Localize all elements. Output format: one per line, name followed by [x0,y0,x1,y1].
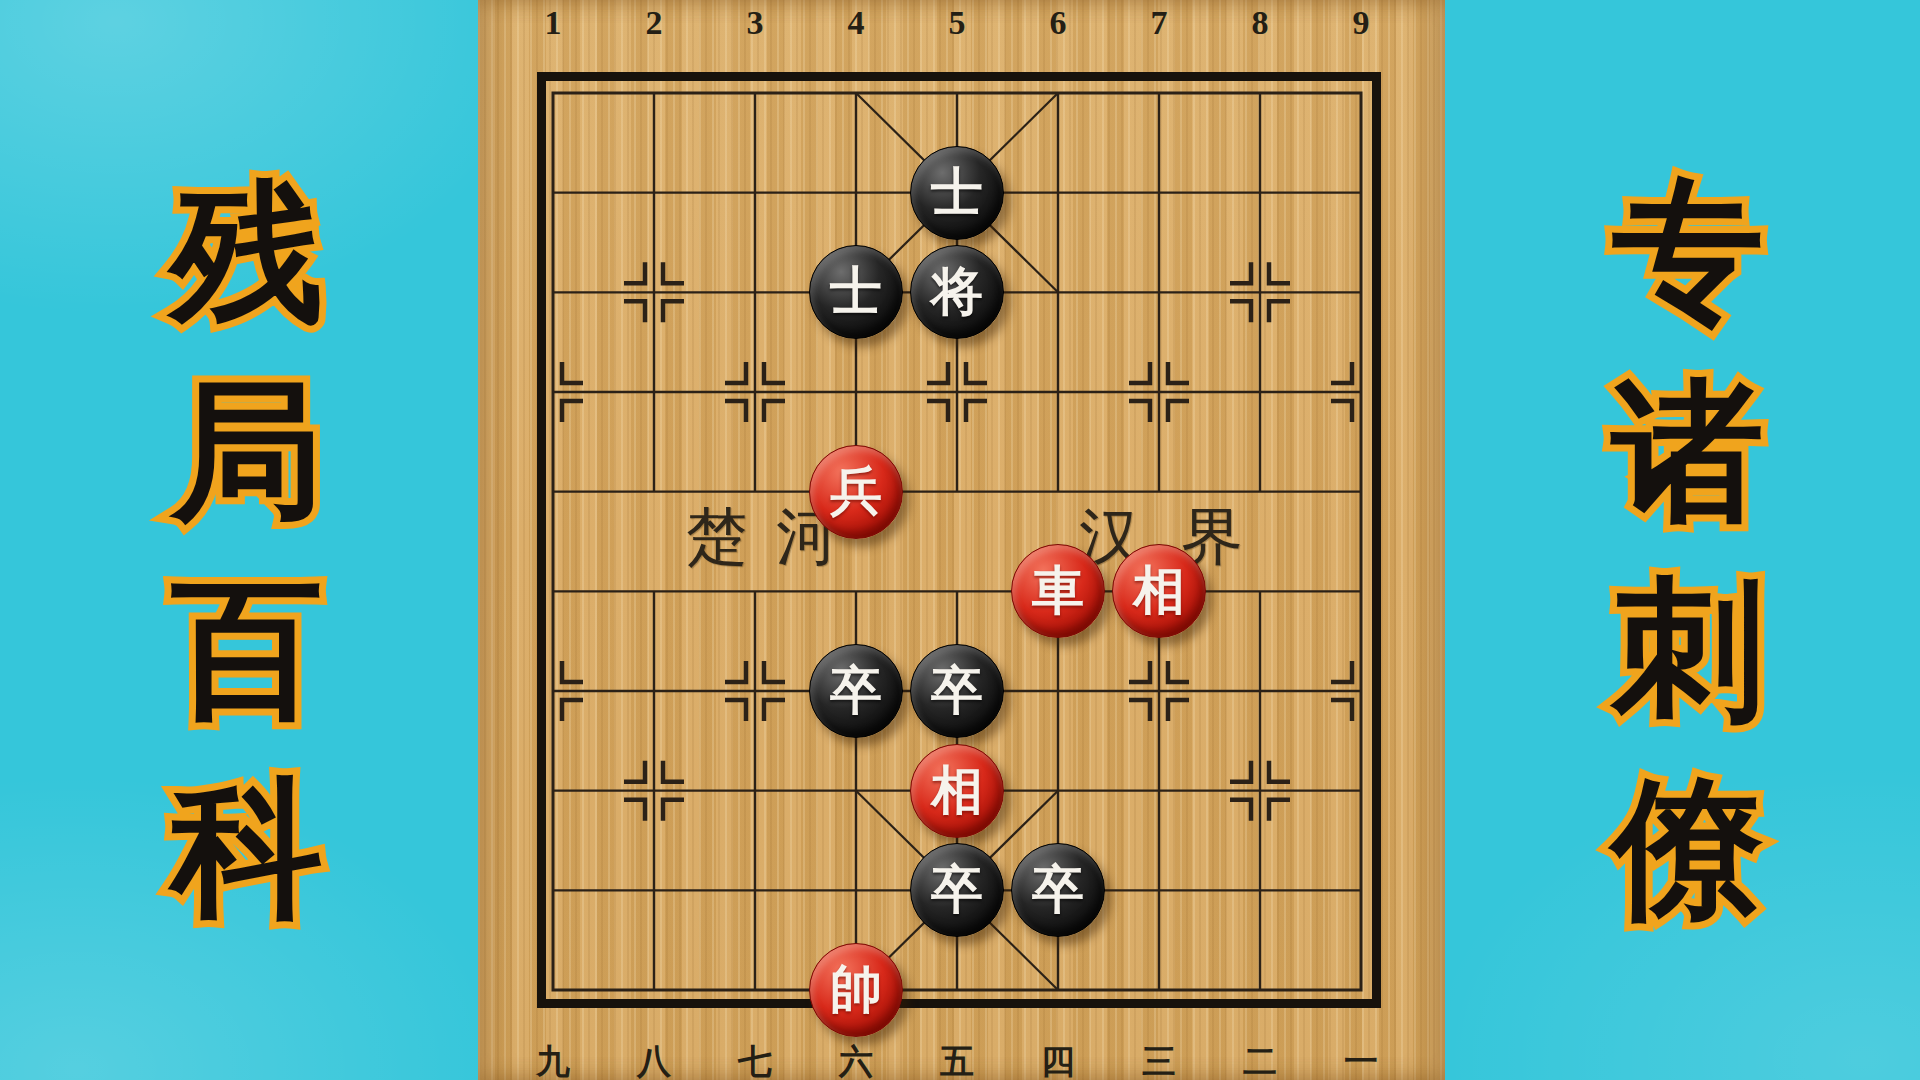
piece-black-pawn[interactable]: 卒 [1011,843,1105,937]
file-label-top-1: 1 [545,4,562,42]
piece-red-elephant[interactable]: 相 [1112,544,1206,638]
file-label-bottom-2: 八 [637,1039,671,1080]
piece-glyph: 相 [1133,565,1185,617]
title-char: 科 [171,772,323,924]
title-char: 刺 [1612,573,1764,725]
piece-glyph: 卒 [830,665,882,717]
file-label-top-8: 8 [1252,4,1269,42]
piece-black-pawn[interactable]: 卒 [910,843,1004,937]
file-label-bottom-3: 七 [738,1039,772,1080]
piece-red-rook[interactable]: 車 [1011,544,1105,638]
file-label-top-3: 3 [747,4,764,42]
piece-glyph: 卒 [1032,864,1084,916]
file-label-top-7: 7 [1151,4,1168,42]
title-char: 局 [171,375,323,527]
piece-glyph: 帥 [830,964,882,1016]
file-label-bottom-7: 三 [1142,1039,1176,1080]
file-label-bottom-8: 二 [1243,1039,1277,1080]
title-char: 诸 [1612,375,1764,527]
title-char: 残 [171,176,323,328]
title-char: 专 [1612,176,1764,328]
file-label-top-9: 9 [1353,4,1370,42]
piece-glyph: 車 [1032,565,1084,617]
title-char: 僚 [1612,772,1764,924]
piece-glyph: 士 [931,167,983,219]
file-label-top-6: 6 [1050,4,1067,42]
piece-black-advisor[interactable]: 士 [809,245,903,339]
piece-glyph: 相 [931,765,983,817]
piece-glyph: 将 [931,266,983,318]
stage: 123456789 九八七六五四三二一 楚河汉界 士士将兵車相卒卒相卒卒帥 残局… [0,0,1920,1080]
file-label-bottom-6: 四 [1041,1039,1075,1080]
file-label-top-4: 4 [848,4,865,42]
piece-red-pawn[interactable]: 兵 [809,445,903,539]
piece-red-elephant[interactable]: 相 [910,744,1004,838]
piece-black-king[interactable]: 将 [910,245,1004,339]
piece-glyph: 卒 [931,864,983,916]
piece-red-king[interactable]: 帥 [809,943,903,1037]
title-char: 百 [171,573,323,725]
river-char: 楚 [686,495,748,579]
file-label-bottom-1: 九 [536,1039,570,1080]
piece-glyph: 兵 [830,466,882,518]
piece-black-pawn[interactable]: 卒 [910,644,1004,738]
piece-black-advisor[interactable]: 士 [910,146,1004,240]
file-label-bottom-5: 五 [940,1039,974,1080]
piece-black-pawn[interactable]: 卒 [809,644,903,738]
file-label-bottom-4: 六 [839,1039,873,1080]
file-label-bottom-9: 一 [1344,1039,1378,1080]
piece-glyph: 卒 [931,665,983,717]
file-label-top-5: 5 [949,4,966,42]
piece-glyph: 士 [830,266,882,318]
file-label-top-2: 2 [646,4,663,42]
